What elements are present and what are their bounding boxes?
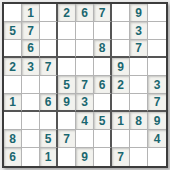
cell-r7c6[interactable]: 5: [94, 112, 112, 130]
cell-r2c3[interactable]: [40, 22, 58, 40]
cell-r9c5[interactable]: 9: [76, 148, 94, 166]
cell-r3c7[interactable]: [112, 40, 130, 58]
cell-r3c6[interactable]: 8: [94, 40, 112, 58]
cell-r2c8[interactable]: 3: [130, 22, 148, 40]
cell-r9c8[interactable]: [130, 148, 148, 166]
cell-r2c1[interactable]: 5: [4, 22, 22, 40]
cell-r3c3[interactable]: [40, 40, 58, 58]
cell-r9c2[interactable]: [22, 148, 40, 166]
cell-r6c6[interactable]: [94, 94, 112, 112]
cell-r6c7[interactable]: [112, 94, 130, 112]
cell-r5c1[interactable]: [4, 76, 22, 94]
cell-r4c3[interactable]: 7: [40, 58, 58, 76]
cell-r1c2[interactable]: 1: [22, 4, 40, 22]
cell-r3c1[interactable]: [4, 40, 22, 58]
cell-r9c7[interactable]: 7: [112, 148, 130, 166]
cell-r6c4[interactable]: 9: [58, 94, 76, 112]
cell-r5c7[interactable]: 2: [112, 76, 130, 94]
cell-r6c1[interactable]: 1: [4, 94, 22, 112]
cell-r1c6[interactable]: 7: [94, 4, 112, 22]
cell-r9c9[interactable]: [148, 148, 166, 166]
cell-r5c4[interactable]: 5: [58, 76, 76, 94]
cell-r5c9[interactable]: 3: [148, 76, 166, 94]
cell-r1c3[interactable]: [40, 4, 58, 22]
cell-r7c2[interactable]: [22, 112, 40, 130]
cell-r4c1[interactable]: 2: [4, 58, 22, 76]
cell-r6c8[interactable]: [130, 94, 148, 112]
cell-r3c9[interactable]: [148, 40, 166, 58]
cell-r6c2[interactable]: [22, 94, 40, 112]
cell-r5c6[interactable]: 6: [94, 76, 112, 94]
cell-r3c8[interactable]: 7: [130, 40, 148, 58]
cell-r6c3[interactable]: 6: [40, 94, 58, 112]
cell-r9c6[interactable]: [94, 148, 112, 166]
cell-r4c9[interactable]: [148, 58, 166, 76]
cell-r1c8[interactable]: 9: [130, 4, 148, 22]
cell-r2c7[interactable]: [112, 22, 130, 40]
cell-r1c9[interactable]: [148, 4, 166, 22]
cell-r8c7[interactable]: [112, 130, 130, 148]
cell-r5c8[interactable]: [130, 76, 148, 94]
cell-r7c7[interactable]: 1: [112, 112, 130, 130]
cell-r2c5[interactable]: [76, 22, 94, 40]
cell-r1c7[interactable]: [112, 4, 130, 22]
cell-r9c4[interactable]: [58, 148, 76, 166]
cell-r7c3[interactable]: [40, 112, 58, 130]
cell-r1c1[interactable]: [4, 4, 22, 22]
cell-r3c5[interactable]: [76, 40, 94, 58]
cell-r2c9[interactable]: [148, 22, 166, 40]
cell-r2c4[interactable]: [58, 22, 76, 40]
cell-r7c9[interactable]: 9: [148, 112, 166, 130]
cell-r7c1[interactable]: [4, 112, 22, 130]
cell-r8c5[interactable]: [76, 130, 94, 148]
cell-r8c9[interactable]: 4: [148, 130, 166, 148]
cell-r4c5[interactable]: [76, 58, 94, 76]
cell-r7c5[interactable]: 4: [76, 112, 94, 130]
cell-r5c3[interactable]: [40, 76, 58, 94]
cell-r7c8[interactable]: 8: [130, 112, 148, 130]
sudoku-board: 12679573687237957623169374518985746197: [2, 2, 168, 168]
cell-r4c2[interactable]: 3: [22, 58, 40, 76]
page: 12679573687237957623169374518985746197: [0, 0, 170, 170]
cell-r4c7[interactable]: 9: [112, 58, 130, 76]
cell-r3c2[interactable]: 6: [22, 40, 40, 58]
cell-r1c4[interactable]: 2: [58, 4, 76, 22]
cell-r4c6[interactable]: [94, 58, 112, 76]
cell-r6c9[interactable]: 7: [148, 94, 166, 112]
cell-r8c8[interactable]: [130, 130, 148, 148]
cell-r4c8[interactable]: [130, 58, 148, 76]
cell-r5c2[interactable]: [22, 76, 40, 94]
cell-r9c3[interactable]: 1: [40, 148, 58, 166]
cell-r8c6[interactable]: [94, 130, 112, 148]
cell-r6c5[interactable]: 3: [76, 94, 94, 112]
cell-r3c4[interactable]: [58, 40, 76, 58]
cell-r2c6[interactable]: [94, 22, 112, 40]
cell-r8c4[interactable]: 7: [58, 130, 76, 148]
cell-r7c4[interactable]: [58, 112, 76, 130]
cell-r5c5[interactable]: 7: [76, 76, 94, 94]
cell-r8c2[interactable]: [22, 130, 40, 148]
cell-r8c3[interactable]: 5: [40, 130, 58, 148]
cell-r9c1[interactable]: 6: [4, 148, 22, 166]
cell-r1c5[interactable]: 6: [76, 4, 94, 22]
cell-r4c4[interactable]: [58, 58, 76, 76]
cell-r8c1[interactable]: 8: [4, 130, 22, 148]
cell-r2c2[interactable]: 7: [22, 22, 40, 40]
